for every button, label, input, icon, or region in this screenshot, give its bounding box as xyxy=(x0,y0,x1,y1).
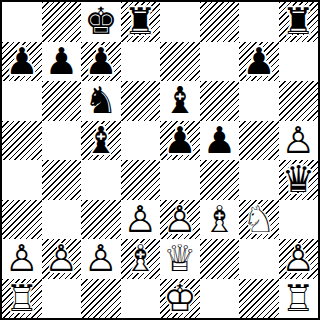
piece-white-pawn: ♟♙ xyxy=(42,239,82,279)
square-h1[interactable]: ♜♖ xyxy=(279,279,319,319)
square-h8[interactable]: ♜ xyxy=(279,2,319,42)
square-d8[interactable]: ♜ xyxy=(121,2,161,42)
square-f2[interactable] xyxy=(200,239,240,279)
square-b5[interactable] xyxy=(42,121,82,161)
square-g4[interactable] xyxy=(239,160,279,200)
piece-white-pawn: ♟♙ xyxy=(279,239,319,279)
square-h6[interactable] xyxy=(279,81,319,121)
square-h3[interactable] xyxy=(279,200,319,240)
square-a3[interactable] xyxy=(2,200,42,240)
piece-black-knight: ♞ xyxy=(81,81,121,121)
square-a4[interactable] xyxy=(2,160,42,200)
square-e8[interactable] xyxy=(160,2,200,42)
square-f5[interactable]: ♟ xyxy=(200,121,240,161)
square-e1[interactable]: ♚♔ xyxy=(160,279,200,319)
piece-white-pawn: ♟♙ xyxy=(279,121,319,161)
piece-outline-layer: ♖ xyxy=(279,279,319,319)
square-d6[interactable] xyxy=(121,81,161,121)
square-d7[interactable] xyxy=(121,42,161,82)
piece-black-bishop: ♝ xyxy=(81,121,121,161)
piece-white-pawn: ♟♙ xyxy=(81,239,121,279)
square-c5[interactable]: ♝ xyxy=(81,121,121,161)
square-g7[interactable]: ♟ xyxy=(239,42,279,82)
square-c2[interactable]: ♟♙ xyxy=(81,239,121,279)
piece-outline-layer: ♔ xyxy=(160,279,200,319)
piece-white-king: ♚♔ xyxy=(160,279,200,319)
piece-outline-layer: ♙ xyxy=(160,200,200,240)
square-b6[interactable] xyxy=(42,81,82,121)
square-h4[interactable]: ♛ xyxy=(279,160,319,200)
square-b8[interactable] xyxy=(42,2,82,42)
piece-outline-layer: ♙ xyxy=(279,239,319,279)
piece-white-rook: ♜♖ xyxy=(279,279,319,319)
square-d5[interactable] xyxy=(121,121,161,161)
square-f4[interactable] xyxy=(200,160,240,200)
square-g3[interactable]: ♞♘ xyxy=(239,200,279,240)
piece-black-pawn: ♟ xyxy=(2,42,42,82)
square-h2[interactable]: ♟♙ xyxy=(279,239,319,279)
square-c1[interactable] xyxy=(81,279,121,319)
piece-outline-layer: ♙ xyxy=(121,200,161,240)
square-f1[interactable] xyxy=(200,279,240,319)
piece-white-rook: ♜♖ xyxy=(2,279,42,319)
piece-black-rook: ♜ xyxy=(121,2,161,42)
square-d2[interactable]: ♝♗ xyxy=(121,239,161,279)
piece-white-knight: ♞♘ xyxy=(239,200,279,240)
piece-outline-layer: ♗ xyxy=(200,200,240,240)
square-c6[interactable]: ♞ xyxy=(81,81,121,121)
square-g2[interactable] xyxy=(239,239,279,279)
square-h5[interactable]: ♟♙ xyxy=(279,121,319,161)
piece-black-pawn: ♟ xyxy=(200,121,240,161)
square-f8[interactable] xyxy=(200,2,240,42)
piece-outline-layer: ♙ xyxy=(2,239,42,279)
square-c7[interactable]: ♟ xyxy=(81,42,121,82)
piece-black-bishop: ♝ xyxy=(160,81,200,121)
square-f3[interactable]: ♝♗ xyxy=(200,200,240,240)
square-b3[interactable] xyxy=(42,200,82,240)
square-a1[interactable]: ♜♖ xyxy=(2,279,42,319)
piece-white-bishop: ♝♗ xyxy=(121,239,161,279)
square-d3[interactable]: ♟♙ xyxy=(121,200,161,240)
square-b7[interactable]: ♟ xyxy=(42,42,82,82)
piece-outline-layer: ♖ xyxy=(2,279,42,319)
square-e6[interactable]: ♝ xyxy=(160,81,200,121)
square-g6[interactable] xyxy=(239,81,279,121)
piece-white-bishop: ♝♗ xyxy=(200,200,240,240)
square-a6[interactable] xyxy=(2,81,42,121)
square-b4[interactable] xyxy=(42,160,82,200)
square-b1[interactable] xyxy=(42,279,82,319)
square-a8[interactable] xyxy=(2,2,42,42)
square-c8[interactable]: ♚ xyxy=(81,2,121,42)
square-e5[interactable]: ♟ xyxy=(160,121,200,161)
square-a5[interactable] xyxy=(2,121,42,161)
piece-black-pawn: ♟ xyxy=(42,42,82,82)
piece-outline-layer: ♘ xyxy=(239,200,279,240)
piece-outline-layer: ♙ xyxy=(42,239,82,279)
square-f6[interactable] xyxy=(200,81,240,121)
piece-black-king: ♚ xyxy=(81,2,121,42)
piece-white-pawn: ♟♙ xyxy=(121,200,161,240)
square-c3[interactable] xyxy=(81,200,121,240)
piece-outline-layer: ♙ xyxy=(81,239,121,279)
square-g5[interactable] xyxy=(239,121,279,161)
square-e4[interactable] xyxy=(160,160,200,200)
square-f7[interactable] xyxy=(200,42,240,82)
square-a7[interactable]: ♟ xyxy=(2,42,42,82)
piece-black-pawn: ♟ xyxy=(160,121,200,161)
piece-white-pawn: ♟♙ xyxy=(2,239,42,279)
square-a2[interactable]: ♟♙ xyxy=(2,239,42,279)
piece-white-pawn: ♟♙ xyxy=(160,200,200,240)
square-e3[interactable]: ♟♙ xyxy=(160,200,200,240)
square-c4[interactable] xyxy=(81,160,121,200)
piece-black-pawn: ♟ xyxy=(239,42,279,82)
chess-board: ♚♜♜♟♟♟♟♞♝♝♟♟♟♙♛♟♙♟♙♝♗♞♘♟♙♟♙♟♙♝♗♛♕♟♙♜♖♚♔♜… xyxy=(0,0,320,320)
piece-black-pawn: ♟ xyxy=(81,42,121,82)
square-g8[interactable] xyxy=(239,2,279,42)
piece-outline-layer: ♗ xyxy=(121,239,161,279)
square-e2[interactable]: ♛♕ xyxy=(160,239,200,279)
square-d1[interactable] xyxy=(121,279,161,319)
square-h7[interactable] xyxy=(279,42,319,82)
piece-outline-layer: ♙ xyxy=(279,121,319,161)
square-g1[interactable] xyxy=(239,279,279,319)
piece-black-queen: ♛ xyxy=(279,160,319,200)
piece-white-queen: ♛♕ xyxy=(160,239,200,279)
piece-outline-layer: ♕ xyxy=(160,239,200,279)
square-b2[interactable]: ♟♙ xyxy=(42,239,82,279)
square-d4[interactable] xyxy=(121,160,161,200)
square-e7[interactable] xyxy=(160,42,200,82)
piece-black-rook: ♜ xyxy=(279,2,319,42)
